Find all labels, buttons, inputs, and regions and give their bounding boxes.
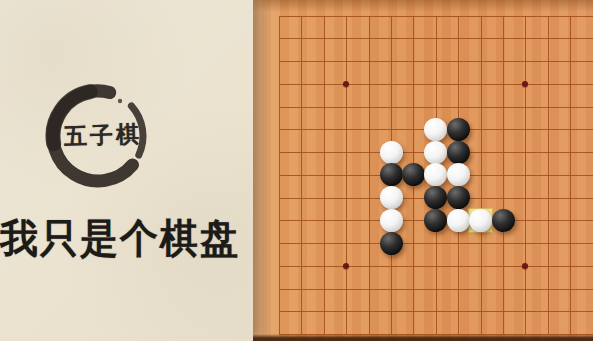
grid-line-horizontal	[279, 266, 593, 267]
grid-line-horizontal	[279, 107, 593, 108]
grid-line-horizontal	[279, 334, 593, 335]
grid-line-horizontal	[279, 311, 593, 312]
stone-white	[447, 209, 470, 232]
grid-line-horizontal	[279, 61, 593, 62]
ink-fleck	[118, 99, 122, 103]
stone-white	[380, 186, 403, 209]
star-point	[522, 81, 528, 87]
stone-black	[424, 186, 447, 209]
star-point	[343, 263, 349, 269]
stone-black	[492, 209, 515, 232]
stone-white	[469, 209, 492, 232]
stone-white	[380, 209, 403, 232]
grid-line-horizontal	[279, 84, 593, 85]
grid-line-horizontal	[279, 289, 593, 290]
tagline-calligraphy: 我只是个棋盘	[0, 212, 253, 266]
stone-black	[424, 209, 447, 232]
grid-line-horizontal	[279, 16, 593, 17]
stone-white	[424, 163, 447, 186]
board-layer	[253, 0, 593, 341]
star-point	[343, 81, 349, 87]
stone-white	[424, 118, 447, 141]
stone-black	[447, 141, 470, 164]
app-window: 五子棋 我只是个棋盘	[0, 0, 593, 341]
stone-white	[380, 141, 403, 164]
stone-black	[380, 163, 403, 186]
grid-line-horizontal	[279, 243, 593, 244]
gomoku-board[interactable]	[253, 0, 593, 341]
stone-black	[402, 163, 425, 186]
logo-title: 五子棋	[63, 119, 142, 153]
grid-line-horizontal	[279, 38, 593, 39]
star-point	[522, 263, 528, 269]
stone-black	[447, 118, 470, 141]
stone-black	[380, 232, 403, 255]
left-panel: 五子棋 我只是个棋盘	[0, 0, 253, 341]
stone-white	[424, 141, 447, 164]
stone-black	[447, 186, 470, 209]
stone-white	[447, 163, 470, 186]
